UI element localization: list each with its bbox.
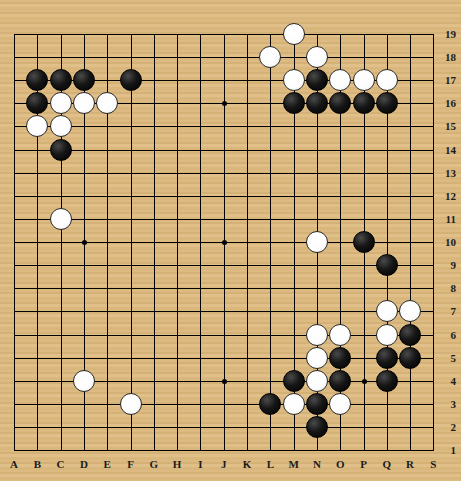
white-stone[interactable]: ○ <box>26 115 48 137</box>
black-stone[interactable]: ● <box>306 416 328 438</box>
grid-line-vertical <box>270 34 271 451</box>
white-stone[interactable]: ○ <box>50 208 72 230</box>
white-stone[interactable]: ○ <box>96 92 118 114</box>
column-label: A <box>4 458 24 471</box>
row-label: 8 <box>436 281 456 295</box>
white-stone[interactable]: ○ <box>376 69 398 91</box>
grid-line-horizontal <box>14 427 434 428</box>
row-label: 17 <box>436 73 456 87</box>
grid-line-vertical <box>247 34 248 451</box>
column-label: P <box>354 458 374 471</box>
white-stone[interactable]: ○ <box>306 231 328 253</box>
black-stone[interactable]: ● <box>306 393 328 415</box>
white-stone[interactable]: ○ <box>376 300 398 322</box>
grid-line-horizontal <box>14 311 434 312</box>
row-label: 14 <box>436 143 456 157</box>
row-label: 5 <box>436 351 456 365</box>
column-label: Q <box>377 458 397 471</box>
black-stone[interactable]: ● <box>329 347 351 369</box>
star-point <box>222 101 227 106</box>
star-point <box>222 379 227 384</box>
white-stone[interactable]: ○ <box>353 69 375 91</box>
black-stone[interactable]: ● <box>329 92 351 114</box>
black-stone[interactable]: ● <box>329 370 351 392</box>
black-stone[interactable]: ● <box>50 139 72 161</box>
white-stone[interactable]: ○ <box>283 69 305 91</box>
black-stone[interactable]: ● <box>283 370 305 392</box>
grid-line-horizontal <box>14 335 434 336</box>
black-stone[interactable]: ● <box>399 324 421 346</box>
column-label: L <box>260 458 280 471</box>
white-stone[interactable]: ○ <box>283 393 305 415</box>
grid-line-horizontal <box>14 358 434 359</box>
grid-line-vertical <box>433 34 434 451</box>
column-label: I <box>190 458 210 471</box>
white-stone[interactable]: ○ <box>329 324 351 346</box>
black-stone[interactable]: ● <box>353 231 375 253</box>
grid-line-vertical <box>410 34 411 451</box>
go-board-diagram: ○○○●●●●○●○○○●○○○●●●●●○○●○○●●○○○○○●○●●●○●… <box>0 0 461 481</box>
white-stone[interactable]: ○ <box>120 393 142 415</box>
white-stone[interactable]: ○ <box>73 370 95 392</box>
column-label: G <box>144 458 164 471</box>
column-label: R <box>400 458 420 471</box>
grid-line-horizontal <box>14 265 434 266</box>
row-label: 12 <box>436 189 456 203</box>
black-stone[interactable]: ● <box>26 92 48 114</box>
white-stone[interactable]: ○ <box>50 92 72 114</box>
row-label: 10 <box>436 235 456 249</box>
column-label: B <box>27 458 47 471</box>
white-stone[interactable]: ○ <box>306 46 328 68</box>
column-label: H <box>167 458 187 471</box>
white-stone[interactable]: ○ <box>376 324 398 346</box>
row-label: 19 <box>436 27 456 41</box>
white-stone[interactable]: ○ <box>50 115 72 137</box>
white-stone[interactable]: ○ <box>283 23 305 45</box>
black-stone[interactable]: ● <box>283 92 305 114</box>
column-label: D <box>74 458 94 471</box>
grid-line-horizontal <box>14 288 434 289</box>
row-label: 4 <box>436 374 456 388</box>
row-label: 2 <box>436 420 456 434</box>
star-point <box>82 240 87 245</box>
black-stone[interactable]: ● <box>376 347 398 369</box>
row-label: 15 <box>436 119 456 133</box>
black-stone[interactable]: ● <box>259 393 281 415</box>
white-stone[interactable]: ○ <box>306 347 328 369</box>
row-label: 11 <box>436 212 456 226</box>
column-label: M <box>284 458 304 471</box>
white-stone[interactable]: ○ <box>306 370 328 392</box>
column-label: S <box>423 458 443 471</box>
black-stone[interactable]: ● <box>73 69 95 91</box>
black-stone[interactable]: ● <box>376 370 398 392</box>
white-stone[interactable]: ○ <box>306 324 328 346</box>
column-label: N <box>307 458 327 471</box>
row-label: 7 <box>436 304 456 318</box>
row-label: 16 <box>436 96 456 110</box>
column-label: E <box>97 458 117 471</box>
star-point <box>362 379 367 384</box>
row-label: 6 <box>436 328 456 342</box>
column-label: F <box>121 458 141 471</box>
grid-line-horizontal <box>14 450 434 451</box>
row-label: 18 <box>436 50 456 64</box>
column-label: J <box>214 458 234 471</box>
row-label: 3 <box>436 397 456 411</box>
black-stone[interactable]: ● <box>376 92 398 114</box>
black-stone[interactable]: ● <box>353 92 375 114</box>
row-label: 9 <box>436 258 456 272</box>
white-stone[interactable]: ○ <box>329 393 351 415</box>
column-label: K <box>237 458 257 471</box>
white-stone[interactable]: ○ <box>399 300 421 322</box>
black-stone[interactable]: ● <box>50 69 72 91</box>
white-stone[interactable]: ○ <box>329 69 351 91</box>
black-stone[interactable]: ● <box>376 254 398 276</box>
black-stone[interactable]: ● <box>306 92 328 114</box>
row-label: 13 <box>436 166 456 180</box>
black-stone[interactable]: ● <box>26 69 48 91</box>
black-stone[interactable]: ● <box>399 347 421 369</box>
star-point <box>222 240 227 245</box>
black-stone[interactable]: ● <box>120 69 142 91</box>
grid-line-horizontal <box>14 404 434 405</box>
row-label: 1 <box>436 443 456 457</box>
column-label: C <box>51 458 71 471</box>
white-stone[interactable]: ○ <box>73 92 95 114</box>
black-stone[interactable]: ● <box>306 69 328 91</box>
white-stone[interactable]: ○ <box>259 46 281 68</box>
column-label: O <box>330 458 350 471</box>
